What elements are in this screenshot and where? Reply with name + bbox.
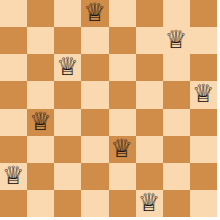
square-d8[interactable]: ♕ <box>81 0 108 27</box>
square-b4[interactable]: ♕ <box>27 109 54 136</box>
square-e2[interactable] <box>109 163 136 190</box>
square-e5[interactable] <box>109 81 136 108</box>
square-d5[interactable] <box>81 81 108 108</box>
square-a4[interactable] <box>0 109 27 136</box>
square-e6[interactable] <box>109 54 136 81</box>
square-c1[interactable] <box>54 190 81 217</box>
square-d2[interactable] <box>81 163 108 190</box>
square-c2[interactable] <box>54 163 81 190</box>
square-g6[interactable] <box>163 54 190 81</box>
square-c6[interactable]: ♕ <box>54 54 81 81</box>
square-e7[interactable] <box>109 27 136 54</box>
square-e4[interactable] <box>109 109 136 136</box>
square-a6[interactable] <box>0 54 27 81</box>
square-f3[interactable] <box>136 136 163 163</box>
square-e1[interactable] <box>109 190 136 217</box>
chess-board: ♕♕♕♕♕♕♕♕ <box>0 0 217 217</box>
white-queen-icon: ♕ <box>84 0 106 25</box>
square-a1[interactable] <box>0 190 27 217</box>
square-h2[interactable] <box>190 163 217 190</box>
square-d3[interactable] <box>81 136 108 163</box>
square-h1[interactable] <box>190 190 217 217</box>
white-queen-icon: ♕ <box>111 136 133 161</box>
square-b1[interactable] <box>27 190 54 217</box>
square-h7[interactable] <box>190 27 217 54</box>
square-e8[interactable] <box>109 0 136 27</box>
square-c4[interactable] <box>54 109 81 136</box>
square-b7[interactable] <box>27 27 54 54</box>
square-f4[interactable] <box>136 109 163 136</box>
square-f6[interactable] <box>136 54 163 81</box>
white-queen-icon: ♕ <box>29 109 51 134</box>
square-b6[interactable] <box>27 54 54 81</box>
square-f8[interactable] <box>136 0 163 27</box>
white-queen-icon: ♕ <box>57 54 79 79</box>
square-h8[interactable] <box>190 0 217 27</box>
square-d4[interactable] <box>81 109 108 136</box>
square-d1[interactable] <box>81 190 108 217</box>
square-e3[interactable]: ♕ <box>109 136 136 163</box>
white-queen-icon: ♕ <box>165 27 187 52</box>
square-c3[interactable] <box>54 136 81 163</box>
square-c5[interactable] <box>54 81 81 108</box>
square-g5[interactable] <box>163 81 190 108</box>
square-c8[interactable] <box>54 0 81 27</box>
square-d6[interactable] <box>81 54 108 81</box>
square-g4[interactable] <box>163 109 190 136</box>
square-f5[interactable] <box>136 81 163 108</box>
square-h6[interactable] <box>190 54 217 81</box>
white-queen-icon: ♕ <box>2 163 24 188</box>
square-g8[interactable] <box>163 0 190 27</box>
square-g7[interactable]: ♕ <box>163 27 190 54</box>
square-b8[interactable] <box>27 0 54 27</box>
square-a5[interactable] <box>0 81 27 108</box>
square-a8[interactable] <box>0 0 27 27</box>
white-queen-icon: ♕ <box>192 81 214 106</box>
square-b5[interactable] <box>27 81 54 108</box>
square-a3[interactable] <box>0 136 27 163</box>
square-a2[interactable]: ♕ <box>0 163 27 190</box>
square-h4[interactable] <box>190 109 217 136</box>
square-f1[interactable]: ♕ <box>136 190 163 217</box>
square-g1[interactable] <box>163 190 190 217</box>
square-b3[interactable] <box>27 136 54 163</box>
square-c7[interactable] <box>54 27 81 54</box>
square-g3[interactable] <box>163 136 190 163</box>
square-f2[interactable] <box>136 163 163 190</box>
square-f7[interactable] <box>136 27 163 54</box>
square-b2[interactable] <box>27 163 54 190</box>
square-h5[interactable]: ♕ <box>190 81 217 108</box>
square-h3[interactable] <box>190 136 217 163</box>
white-queen-icon: ♕ <box>138 190 160 215</box>
square-a7[interactable] <box>0 27 27 54</box>
square-d7[interactable] <box>81 27 108 54</box>
square-g2[interactable] <box>163 163 190 190</box>
